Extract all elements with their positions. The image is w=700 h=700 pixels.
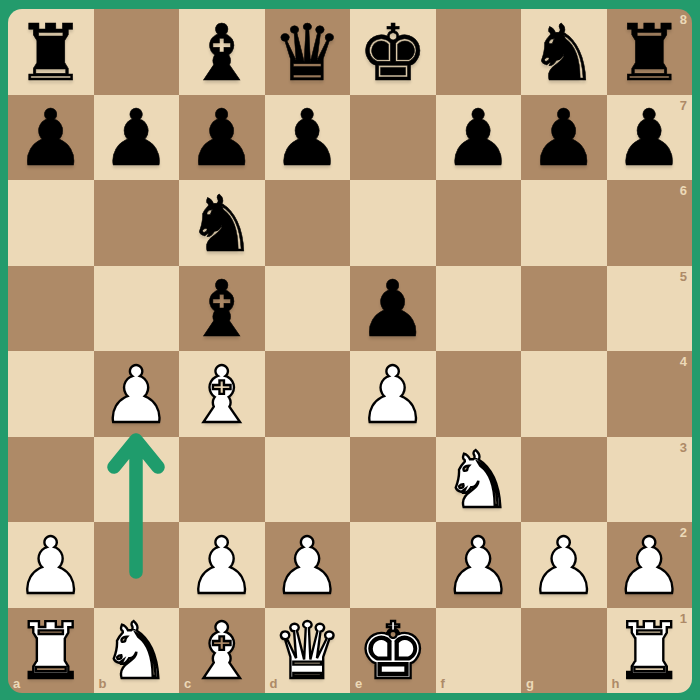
square-b2[interactable] <box>94 522 180 608</box>
square-g5[interactable] <box>521 266 607 352</box>
piece-black-rook[interactable]: ♜ <box>16 14 86 92</box>
square-f7[interactable]: ♟ <box>436 95 522 181</box>
board-frame: ♜♝♛♚♞♜8♟♟♟♟♟♟♟7♞6♝♟5♟♝♟4♞3♟♟♟♟♟♟2♜a♞b♝c♛… <box>0 0 700 700</box>
square-d5[interactable] <box>265 266 351 352</box>
file-label-e: e <box>355 677 362 690</box>
square-b5[interactable] <box>94 266 180 352</box>
piece-white-knight[interactable]: ♞ <box>101 612 171 690</box>
piece-black-pawn[interactable]: ♟ <box>16 99 86 177</box>
file-label-g: g <box>526 677 534 690</box>
rank-label-1: 1 <box>680 612 687 625</box>
file-label-d: d <box>270 677 278 690</box>
piece-white-queen[interactable]: ♛ <box>272 612 342 690</box>
rank-label-5: 5 <box>680 270 687 283</box>
square-c4[interactable]: ♝ <box>179 351 265 437</box>
square-g2[interactable]: ♟ <box>521 522 607 608</box>
piece-black-king[interactable]: ♚ <box>358 14 428 92</box>
square-c6[interactable]: ♞ <box>179 180 265 266</box>
square-e3[interactable] <box>350 437 436 523</box>
piece-white-bishop[interactable]: ♝ <box>187 612 257 690</box>
square-h2[interactable]: ♟2 <box>607 522 693 608</box>
square-d8[interactable]: ♛ <box>265 9 351 95</box>
square-c2[interactable]: ♟ <box>179 522 265 608</box>
piece-white-knight[interactable]: ♞ <box>443 441 513 519</box>
piece-black-pawn[interactable]: ♟ <box>272 99 342 177</box>
square-f3[interactable]: ♞ <box>436 437 522 523</box>
piece-black-pawn[interactable]: ♟ <box>101 99 171 177</box>
piece-black-pawn[interactable]: ♟ <box>358 270 428 348</box>
square-d7[interactable]: ♟ <box>265 95 351 181</box>
square-b7[interactable]: ♟ <box>94 95 180 181</box>
piece-white-pawn[interactable]: ♟ <box>443 527 513 605</box>
square-a4[interactable] <box>8 351 94 437</box>
square-h7[interactable]: ♟7 <box>607 95 693 181</box>
square-g4[interactable] <box>521 351 607 437</box>
piece-black-pawn[interactable]: ♟ <box>529 99 599 177</box>
rank-label-3: 3 <box>680 441 687 454</box>
square-d1[interactable]: ♛d <box>265 608 351 694</box>
piece-white-bishop[interactable]: ♝ <box>187 356 257 434</box>
rank-label-6: 6 <box>680 184 687 197</box>
square-b3[interactable] <box>94 437 180 523</box>
square-c3[interactable] <box>179 437 265 523</box>
piece-white-rook[interactable]: ♜ <box>16 612 86 690</box>
square-f2[interactable]: ♟ <box>436 522 522 608</box>
file-label-f: f <box>441 677 445 690</box>
square-b1[interactable]: ♞b <box>94 608 180 694</box>
piece-white-pawn[interactable]: ♟ <box>187 527 257 605</box>
square-e7[interactable] <box>350 95 436 181</box>
piece-black-bishop[interactable]: ♝ <box>187 14 257 92</box>
square-e5[interactable]: ♟ <box>350 266 436 352</box>
square-h3[interactable]: 3 <box>607 437 693 523</box>
file-label-c: c <box>184 677 191 690</box>
piece-white-pawn[interactable]: ♟ <box>614 527 684 605</box>
square-d2[interactable]: ♟ <box>265 522 351 608</box>
square-e1[interactable]: ♚e <box>350 608 436 694</box>
square-a6[interactable] <box>8 180 94 266</box>
piece-white-king[interactable]: ♚ <box>358 612 428 690</box>
file-label-a: a <box>13 677 20 690</box>
square-f4[interactable] <box>436 351 522 437</box>
square-h4[interactable]: 4 <box>607 351 693 437</box>
square-c5[interactable]: ♝ <box>179 266 265 352</box>
square-c8[interactable]: ♝ <box>179 9 265 95</box>
rank-label-4: 4 <box>680 355 687 368</box>
square-a7[interactable]: ♟ <box>8 95 94 181</box>
square-h1[interactable]: ♜1h <box>607 608 693 694</box>
square-d3[interactable] <box>265 437 351 523</box>
square-e6[interactable] <box>350 180 436 266</box>
square-c7[interactable]: ♟ <box>179 95 265 181</box>
square-g3[interactable] <box>521 437 607 523</box>
piece-black-pawn[interactable]: ♟ <box>614 99 684 177</box>
square-b4[interactable]: ♟ <box>94 351 180 437</box>
piece-white-pawn[interactable]: ♟ <box>272 527 342 605</box>
square-h8[interactable]: ♜8 <box>607 9 693 95</box>
square-g7[interactable]: ♟ <box>521 95 607 181</box>
piece-black-bishop[interactable]: ♝ <box>187 270 257 348</box>
square-b6[interactable] <box>94 180 180 266</box>
piece-white-pawn[interactable]: ♟ <box>358 356 428 434</box>
square-g6[interactable] <box>521 180 607 266</box>
piece-black-pawn[interactable]: ♟ <box>187 99 257 177</box>
square-f8[interactable] <box>436 9 522 95</box>
square-d4[interactable] <box>265 351 351 437</box>
piece-white-rook[interactable]: ♜ <box>614 612 684 690</box>
file-label-b: b <box>99 677 107 690</box>
square-f1[interactable]: f <box>436 608 522 694</box>
square-h5[interactable]: 5 <box>607 266 693 352</box>
piece-white-pawn[interactable]: ♟ <box>101 356 171 434</box>
square-a1[interactable]: ♜a <box>8 608 94 694</box>
square-a2[interactable]: ♟ <box>8 522 94 608</box>
square-d6[interactable] <box>265 180 351 266</box>
square-a3[interactable] <box>8 437 94 523</box>
square-a5[interactable] <box>8 266 94 352</box>
piece-black-pawn[interactable]: ♟ <box>443 99 513 177</box>
square-f5[interactable] <box>436 266 522 352</box>
square-e8[interactable]: ♚ <box>350 9 436 95</box>
square-g8[interactable]: ♞ <box>521 9 607 95</box>
piece-white-pawn[interactable]: ♟ <box>16 527 86 605</box>
piece-white-pawn[interactable]: ♟ <box>529 527 599 605</box>
piece-black-queen[interactable]: ♛ <box>272 14 342 92</box>
square-c1[interactable]: ♝c <box>179 608 265 694</box>
square-e2[interactable] <box>350 522 436 608</box>
square-h6[interactable]: 6 <box>607 180 693 266</box>
file-label-h: h <box>612 677 620 690</box>
rank-label-2: 2 <box>680 526 687 539</box>
piece-black-knight[interactable]: ♞ <box>187 185 257 263</box>
square-f6[interactable] <box>436 180 522 266</box>
piece-black-rook[interactable]: ♜ <box>614 14 684 92</box>
chess-board: ♜♝♛♚♞♜8♟♟♟♟♟♟♟7♞6♝♟5♟♝♟4♞3♟♟♟♟♟♟2♜a♞b♝c♛… <box>8 9 692 693</box>
square-g1[interactable]: g <box>521 608 607 694</box>
rank-label-7: 7 <box>680 99 687 112</box>
square-b8[interactable] <box>94 9 180 95</box>
piece-black-knight[interactable]: ♞ <box>529 14 599 92</box>
square-e4[interactable]: ♟ <box>350 351 436 437</box>
square-a8[interactable]: ♜ <box>8 9 94 95</box>
rank-label-8: 8 <box>680 13 687 26</box>
